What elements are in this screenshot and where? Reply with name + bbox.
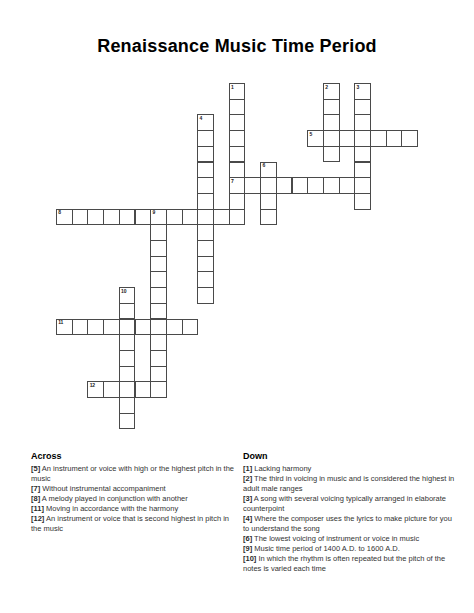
grid-cell[interactable] <box>229 209 246 226</box>
grid-cell[interactable] <box>354 130 371 147</box>
cell-number: 3 <box>357 85 360 90</box>
grid-cell[interactable] <box>244 177 261 194</box>
grid-cell[interactable] <box>323 177 340 194</box>
grid-cell[interactable] <box>197 287 214 304</box>
grid-cell[interactable] <box>166 319 183 336</box>
clue-number: [6] <box>243 534 252 543</box>
grid-cell[interactable]: 10 <box>119 287 136 304</box>
grid-cell[interactable] <box>260 177 277 194</box>
grid-cell[interactable] <box>229 146 246 163</box>
grid-cell[interactable] <box>119 209 136 226</box>
grid-cell[interactable] <box>119 334 136 351</box>
grid-cell[interactable] <box>401 130 418 147</box>
down-header: Down <box>243 451 455 462</box>
clue-10-down: [10] In which the rhythm is often repeat… <box>243 554 455 574</box>
grid-cell[interactable] <box>119 303 136 320</box>
grid-cell[interactable] <box>150 224 167 241</box>
down-section: Down [1] Lacking harmony[2] The third in… <box>243 451 455 574</box>
down-clue-list: [1] Lacking harmony[2] The third in voic… <box>243 464 455 574</box>
clue-number: [5] <box>31 464 40 473</box>
grid-cell[interactable] <box>150 240 167 257</box>
grid-cell[interactable]: 7 <box>229 177 246 194</box>
clue-number: [9] <box>243 544 252 553</box>
grid-cell[interactable]: 1 <box>229 83 246 100</box>
grid-cell[interactable] <box>197 177 214 194</box>
cell-number: 5 <box>309 132 312 137</box>
grid-cell[interactable] <box>197 162 214 179</box>
across-section: Across [5] An instrument or voice with h… <box>31 451 238 534</box>
across-header: Across <box>31 451 238 462</box>
clue-9-down: [9] Music time period of 1400 A.D. to 16… <box>243 544 455 554</box>
cell-number: 7 <box>231 179 234 184</box>
grid-cell[interactable] <box>150 256 167 273</box>
clue-5-across: [5] An instrument or voice with high or … <box>31 464 238 484</box>
grid-cell[interactable] <box>229 130 246 147</box>
grid-cell[interactable] <box>197 224 214 241</box>
grid-cell[interactable] <box>260 193 277 210</box>
grid-cell[interactable] <box>197 240 214 257</box>
grid-cell[interactable] <box>182 209 199 226</box>
grid-cell[interactable] <box>339 177 356 194</box>
clue-number: [10] <box>243 554 256 563</box>
grid-cell[interactable] <box>135 209 152 226</box>
grid-cell[interactable] <box>150 381 167 398</box>
page-title: Renaissance Music Time Period <box>0 36 474 57</box>
cell-number: 1 <box>231 85 234 90</box>
grid-cell[interactable] <box>150 303 167 320</box>
grid-cell[interactable] <box>87 319 104 336</box>
grid-cell[interactable]: 8 <box>56 209 73 226</box>
clue-8-across: [8] A melody played in conjunction with … <box>31 494 238 504</box>
grid-cell[interactable] <box>150 271 167 288</box>
clue-1-down: [1] Lacking harmony <box>243 464 455 474</box>
grid-cell[interactable] <box>103 319 120 336</box>
grid-cell[interactable]: 9 <box>150 209 167 226</box>
grid-cell[interactable]: 12 <box>87 381 104 398</box>
clue-7-across: [7] Without instrumental accompaniment <box>31 484 238 494</box>
grid-cell[interactable] <box>135 381 152 398</box>
grid-cell[interactable] <box>260 209 277 226</box>
grid-cell[interactable] <box>339 130 356 147</box>
cell-number: 10 <box>121 289 126 294</box>
grid-cell[interactable] <box>323 130 340 147</box>
clue-4-down: [4] Where the composer uses the lyrics t… <box>243 514 455 534</box>
clue-6-down: [6] The lowest voicing of instrument or … <box>243 534 455 544</box>
cell-number: 6 <box>262 163 265 168</box>
grid-cell[interactable] <box>119 366 136 383</box>
clue-11-across: [11] Moving in accordance with the harmo… <box>31 504 238 514</box>
cell-number: 9 <box>152 210 155 215</box>
grid-cell[interactable] <box>354 99 371 116</box>
grid-cell[interactable] <box>103 381 120 398</box>
grid-cell[interactable] <box>354 177 371 194</box>
cell-number: 8 <box>58 210 61 215</box>
clue-number: [1] <box>243 464 252 473</box>
grid-cell[interactable] <box>135 319 152 336</box>
grid-cell[interactable] <box>197 130 214 147</box>
grid-cell[interactable] <box>119 381 136 398</box>
crossword-grid: 123456789101112 <box>56 83 419 430</box>
grid-cell[interactable] <box>119 350 136 367</box>
grid-cell[interactable] <box>197 256 214 273</box>
grid-cell[interactable] <box>354 162 371 179</box>
clue-number: [12] <box>31 514 44 523</box>
grid-cell[interactable]: 2 <box>323 83 340 100</box>
clue-number: [7] <box>31 484 40 493</box>
across-clue-list: [5] An instrument or voice with high or … <box>31 464 238 534</box>
cell-number: 11 <box>58 320 63 325</box>
clue-number: [11] <box>31 504 44 513</box>
clue-number: [4] <box>243 514 252 523</box>
grid-cell[interactable] <box>323 114 340 131</box>
clue-2-down: [2] The third in voicing in music and is… <box>243 474 455 494</box>
cell-number: 4 <box>200 116 203 121</box>
grid-cell[interactable] <box>276 177 293 194</box>
grid-cell[interactable]: 4 <box>197 114 214 131</box>
grid-cell[interactable] <box>323 146 340 163</box>
grid-cell[interactable] <box>150 366 167 383</box>
grid-cell[interactable] <box>166 209 183 226</box>
grid-cell[interactable] <box>150 334 167 351</box>
grid-cell[interactable] <box>119 413 136 430</box>
grid-cell[interactable]: 5 <box>307 130 324 147</box>
grid-cell[interactable] <box>197 193 214 210</box>
grid-cell[interactable] <box>197 271 214 288</box>
grid-cell[interactable] <box>323 99 340 116</box>
grid-cell[interactable] <box>72 209 89 226</box>
cell-number: 12 <box>90 383 95 388</box>
grid-cell[interactable] <box>150 287 167 304</box>
grid-cell[interactable] <box>229 99 246 116</box>
grid-cell[interactable] <box>354 193 371 210</box>
grid-cell[interactable] <box>72 319 89 336</box>
clue-number: [2] <box>243 474 252 483</box>
grid-cell[interactable] <box>150 319 167 336</box>
grid-cell[interactable] <box>150 350 167 367</box>
grid-cell[interactable] <box>354 146 371 163</box>
grid-cell[interactable] <box>354 114 371 131</box>
grid-cell[interactable]: 11 <box>56 319 73 336</box>
grid-cell[interactable] <box>213 209 230 226</box>
grid-cell[interactable] <box>119 319 136 336</box>
grid-cell[interactable] <box>229 114 246 131</box>
grid-cell[interactable] <box>307 177 324 194</box>
grid-cell[interactable] <box>197 209 214 226</box>
grid-cell[interactable] <box>229 162 246 179</box>
clue-number: [3] <box>243 494 252 503</box>
grid-cell[interactable] <box>386 130 403 147</box>
grid-cell[interactable] <box>182 319 199 336</box>
clue-12-across: [12] An instrument or voice that is seco… <box>31 514 238 534</box>
grid-cell[interactable] <box>229 193 246 210</box>
grid-cell[interactable] <box>119 397 136 414</box>
grid-cell[interactable] <box>197 146 214 163</box>
grid-cell[interactable] <box>292 177 309 194</box>
clue-3-down: [3] A song with several voicing typicall… <box>243 494 455 514</box>
grid-cell[interactable] <box>370 130 387 147</box>
grid-cell[interactable] <box>103 209 120 226</box>
grid-cell[interactable]: 3 <box>354 83 371 100</box>
cell-number: 2 <box>325 85 328 90</box>
grid-cell[interactable]: 6 <box>260 162 277 179</box>
grid-cell[interactable] <box>87 209 104 226</box>
clue-number: [8] <box>31 494 40 503</box>
